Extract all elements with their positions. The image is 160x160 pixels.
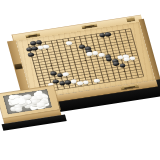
tray-stone <box>14 107 22 113</box>
hinge-left-side <box>14 63 22 69</box>
board-grid <box>28 29 143 93</box>
go-set-photo <box>0 0 160 160</box>
stone-tray <box>0 85 59 118</box>
clasp-back-right <box>126 17 135 22</box>
